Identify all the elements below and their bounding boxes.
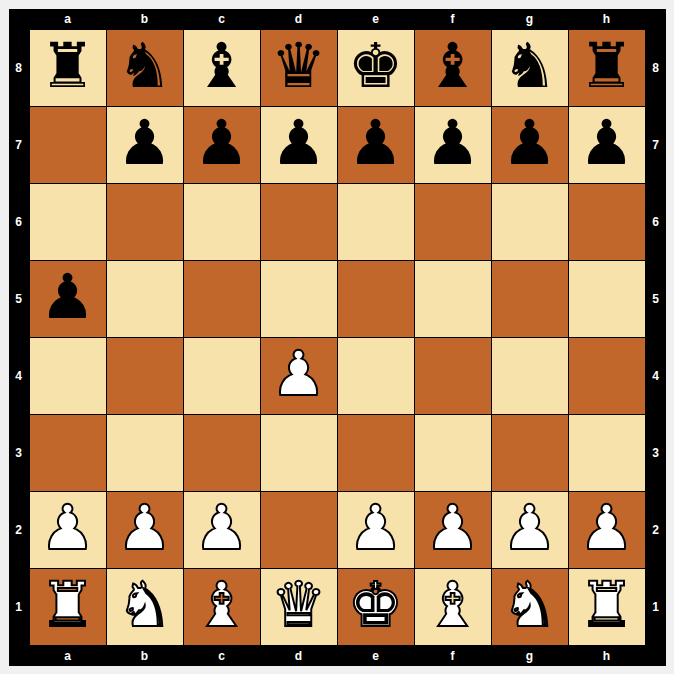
square-h5[interactable] (569, 261, 645, 337)
square-c3[interactable] (184, 415, 260, 491)
file-label-f: f (415, 12, 491, 26)
square-d5[interactable] (261, 261, 337, 337)
white-king-piece[interactable]: ♚ (348, 574, 404, 636)
square-a1[interactable]: ♜ (30, 569, 106, 645)
file-label-h: h (569, 12, 645, 26)
square-f1[interactable]: ♝ (415, 569, 491, 645)
white-pawn-piece[interactable]: ♟ (348, 497, 404, 559)
black-rook-piece[interactable]: ♜ (579, 35, 635, 97)
square-b6[interactable] (107, 184, 183, 260)
white-pawn-piece[interactable]: ♟ (194, 497, 250, 559)
square-f4[interactable] (415, 338, 491, 414)
rank-label-1: 1 (9, 600, 29, 614)
white-pawn-piece[interactable]: ♟ (40, 497, 96, 559)
file-label-d: d (261, 649, 337, 663)
square-g8[interactable]: ♞ (492, 30, 568, 106)
square-h2[interactable]: ♟ (569, 492, 645, 568)
file-labels-bottom: abcdefgh (29, 646, 646, 666)
square-h7[interactable]: ♟ (569, 107, 645, 183)
square-h8[interactable]: ♜ (569, 30, 645, 106)
square-g1[interactable]: ♞ (492, 569, 568, 645)
square-b3[interactable] (107, 415, 183, 491)
file-labels-top: abcdefgh (29, 9, 646, 29)
square-e3[interactable] (338, 415, 414, 491)
file-label-a: a (30, 649, 106, 663)
square-a3[interactable] (30, 415, 106, 491)
black-queen-piece[interactable]: ♛ (271, 35, 327, 97)
square-g5[interactable] (492, 261, 568, 337)
file-label-c: c (184, 12, 260, 26)
rank-label-5: 5 (9, 292, 29, 306)
rank-label-3: 3 (9, 446, 29, 460)
rank-label-2: 2 (9, 523, 29, 537)
square-d2[interactable] (261, 492, 337, 568)
white-pawn-piece[interactable]: ♟ (271, 343, 327, 405)
square-c8[interactable]: ♝ (184, 30, 260, 106)
square-a4[interactable] (30, 338, 106, 414)
square-e7[interactable]: ♟ (338, 107, 414, 183)
square-e6[interactable] (338, 184, 414, 260)
white-bishop-piece[interactable]: ♝ (425, 574, 481, 636)
white-pawn-piece[interactable]: ♟ (425, 497, 481, 559)
rank-label-3: 3 (646, 446, 666, 460)
square-c5[interactable] (184, 261, 260, 337)
file-label-d: d (261, 12, 337, 26)
square-b4[interactable] (107, 338, 183, 414)
rank-label-4: 4 (9, 369, 29, 383)
square-f6[interactable] (415, 184, 491, 260)
file-label-b: b (107, 12, 183, 26)
square-g7[interactable]: ♟ (492, 107, 568, 183)
square-a5[interactable]: ♟ (30, 261, 106, 337)
rank-label-7: 7 (646, 138, 666, 152)
square-f8[interactable]: ♝ (415, 30, 491, 106)
square-c2[interactable]: ♟ (184, 492, 260, 568)
square-d3[interactable] (261, 415, 337, 491)
file-label-g: g (492, 649, 568, 663)
rank-labels-left: 87654321 (9, 29, 29, 646)
square-b2[interactable]: ♟ (107, 492, 183, 568)
square-e5[interactable] (338, 261, 414, 337)
square-d7[interactable]: ♟ (261, 107, 337, 183)
square-g4[interactable] (492, 338, 568, 414)
square-d6[interactable] (261, 184, 337, 260)
file-label-f: f (415, 649, 491, 663)
white-rook-piece[interactable]: ♜ (579, 574, 635, 636)
white-queen-piece[interactable]: ♛ (271, 574, 327, 636)
black-knight-piece[interactable]: ♞ (117, 35, 173, 97)
rank-label-8: 8 (646, 61, 666, 75)
square-g6[interactable] (492, 184, 568, 260)
square-a7[interactable] (30, 107, 106, 183)
black-pawn-piece[interactable]: ♟ (502, 112, 558, 174)
square-e2[interactable]: ♟ (338, 492, 414, 568)
rank-label-2: 2 (646, 523, 666, 537)
square-b1[interactable]: ♞ (107, 569, 183, 645)
black-pawn-piece[interactable]: ♟ (117, 112, 173, 174)
square-d1[interactable]: ♛ (261, 569, 337, 645)
square-g3[interactable] (492, 415, 568, 491)
rank-label-4: 4 (646, 369, 666, 383)
page-background: abcdefgh 87654321 ♜♞♝♛♚♝♞♜♟♟♟♟♟♟♟♟♟♟♟♟♟♟… (0, 0, 674, 674)
square-a6[interactable] (30, 184, 106, 260)
black-pawn-piece[interactable]: ♟ (40, 266, 96, 328)
square-b5[interactable] (107, 261, 183, 337)
square-h1[interactable]: ♜ (569, 569, 645, 645)
square-c6[interactable] (184, 184, 260, 260)
white-pawn-piece[interactable]: ♟ (502, 497, 558, 559)
square-h3[interactable] (569, 415, 645, 491)
rank-label-6: 6 (646, 215, 666, 229)
file-label-e: e (338, 649, 414, 663)
black-pawn-piece[interactable]: ♟ (425, 112, 481, 174)
square-e1[interactable]: ♚ (338, 569, 414, 645)
board-frame: abcdefgh 87654321 ♜♞♝♛♚♝♞♜♟♟♟♟♟♟♟♟♟♟♟♟♟♟… (9, 9, 666, 666)
file-label-b: b (107, 649, 183, 663)
square-f5[interactable] (415, 261, 491, 337)
rank-labels-right: 87654321 (646, 29, 666, 646)
rank-label-7: 7 (9, 138, 29, 152)
black-knight-piece[interactable]: ♞ (502, 35, 558, 97)
square-c7[interactable]: ♟ (184, 107, 260, 183)
black-pawn-piece[interactable]: ♟ (579, 112, 635, 174)
square-h4[interactable] (569, 338, 645, 414)
black-pawn-piece[interactable]: ♟ (348, 112, 404, 174)
white-bishop-piece[interactable]: ♝ (194, 574, 250, 636)
square-e4[interactable] (338, 338, 414, 414)
white-rook-piece[interactable]: ♜ (40, 574, 96, 636)
file-label-h: h (569, 649, 645, 663)
black-bishop-piece[interactable]: ♝ (194, 35, 250, 97)
file-label-a: a (30, 12, 106, 26)
square-d4[interactable]: ♟ (261, 338, 337, 414)
square-c1[interactable]: ♝ (184, 569, 260, 645)
square-b7[interactable]: ♟ (107, 107, 183, 183)
black-pawn-piece[interactable]: ♟ (194, 112, 250, 174)
black-bishop-piece[interactable]: ♝ (425, 35, 481, 97)
square-a8[interactable]: ♜ (30, 30, 106, 106)
black-rook-piece[interactable]: ♜ (40, 35, 96, 97)
file-label-e: e (338, 12, 414, 26)
square-b8[interactable]: ♞ (107, 30, 183, 106)
white-pawn-piece[interactable]: ♟ (579, 497, 635, 559)
square-f2[interactable]: ♟ (415, 492, 491, 568)
square-f7[interactable]: ♟ (415, 107, 491, 183)
square-f3[interactable] (415, 415, 491, 491)
square-d8[interactable]: ♛ (261, 30, 337, 106)
file-label-c: c (184, 649, 260, 663)
white-pawn-piece[interactable]: ♟ (117, 497, 173, 559)
square-c4[interactable] (184, 338, 260, 414)
white-knight-piece[interactable]: ♞ (502, 574, 558, 636)
rank-label-1: 1 (646, 600, 666, 614)
rank-label-5: 5 (646, 292, 666, 306)
chess-board: ♜♞♝♛♚♝♞♜♟♟♟♟♟♟♟♟♟♟♟♟♟♟♟♟♜♞♝♛♚♝♞♜ (29, 29, 646, 646)
square-g2[interactable]: ♟ (492, 492, 568, 568)
white-knight-piece[interactable]: ♞ (117, 574, 173, 636)
rank-label-6: 6 (9, 215, 29, 229)
rank-label-8: 8 (9, 61, 29, 75)
black-pawn-piece[interactable]: ♟ (271, 112, 327, 174)
square-e8[interactable]: ♚ (338, 30, 414, 106)
square-h6[interactable] (569, 184, 645, 260)
square-a2[interactable]: ♟ (30, 492, 106, 568)
black-king-piece[interactable]: ♚ (348, 35, 404, 97)
file-label-g: g (492, 12, 568, 26)
